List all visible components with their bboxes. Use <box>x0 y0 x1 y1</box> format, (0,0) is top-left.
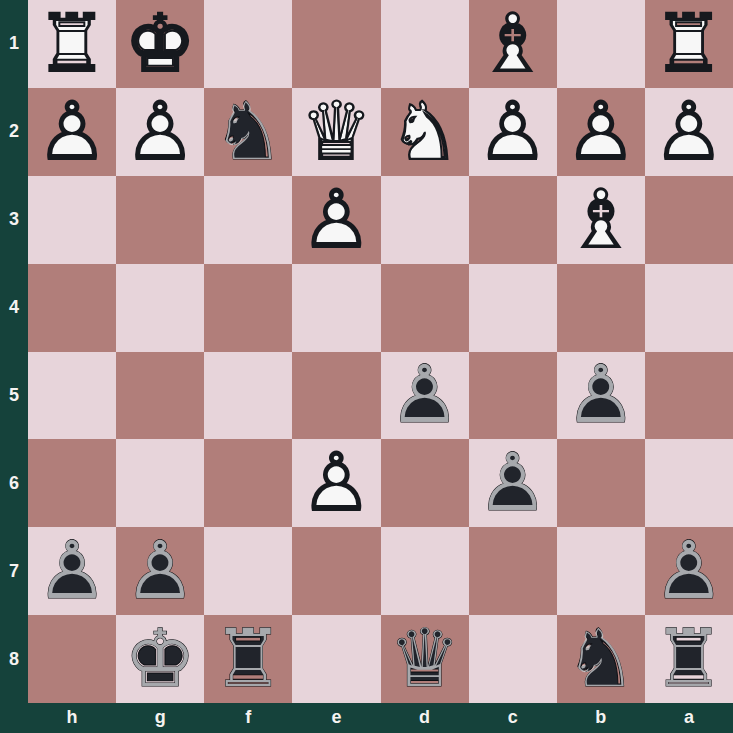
square-a7[interactable]: ♟♙ <box>645 527 733 615</box>
black-queen-icon: ♛ <box>381 615 469 703</box>
square-a6[interactable] <box>645 439 733 527</box>
black-knight-outline-icon: ♘ <box>204 88 292 176</box>
black-pawn-icon: ♟ <box>557 352 645 440</box>
white-pawn-icon: ♟ <box>645 88 733 176</box>
piece-black-knight: ♞♘ <box>204 88 292 176</box>
white-pawn-icon: ♟ <box>292 176 380 264</box>
square-e6[interactable]: ♟♙ <box>292 439 380 527</box>
rank-label-7: 7 <box>0 527 28 615</box>
square-e5[interactable] <box>292 352 380 440</box>
square-a4[interactable] <box>645 264 733 352</box>
white-pawn-outline-icon: ♙ <box>292 439 380 527</box>
rank-label-1: 1 <box>0 0 28 88</box>
white-pawn-outline-icon: ♙ <box>469 88 557 176</box>
square-f4[interactable] <box>204 264 292 352</box>
file-label-g: g <box>116 703 204 733</box>
piece-black-pawn: ♟♙ <box>28 527 116 615</box>
square-c1[interactable]: ♝♗ <box>469 0 557 88</box>
white-pawn-icon: ♟ <box>557 88 645 176</box>
black-rook-icon: ♜ <box>645 615 733 703</box>
white-pawn-outline-icon: ♙ <box>557 88 645 176</box>
white-pawn-outline-icon: ♙ <box>292 176 380 264</box>
white-rook-outline-icon: ♖ <box>645 0 733 88</box>
square-e4[interactable] <box>292 264 380 352</box>
piece-black-rook: ♜♖ <box>645 615 733 703</box>
black-knight-icon: ♞ <box>557 615 645 703</box>
black-pawn-icon: ♟ <box>645 527 733 615</box>
white-king-outline-icon: ♔ <box>116 0 204 88</box>
black-pawn-outline-icon: ♙ <box>116 527 204 615</box>
square-e8[interactable] <box>292 615 380 703</box>
square-f5[interactable] <box>204 352 292 440</box>
black-knight-icon: ♞ <box>204 88 292 176</box>
black-rook-outline-icon: ♖ <box>645 615 733 703</box>
square-f2[interactable]: ♞♘ <box>204 88 292 176</box>
black-pawn-outline-icon: ♙ <box>557 352 645 440</box>
white-queen-icon: ♛ <box>292 88 380 176</box>
white-bishop-outline-icon: ♗ <box>469 0 557 88</box>
piece-white-bishop: ♝♗ <box>557 176 645 264</box>
square-b1[interactable] <box>557 0 645 88</box>
file-label-d: d <box>381 703 469 733</box>
square-h5[interactable] <box>28 352 116 440</box>
square-h8[interactable] <box>28 615 116 703</box>
file-label-a: a <box>645 703 733 733</box>
piece-black-pawn: ♟♙ <box>116 527 204 615</box>
piece-white-pawn: ♟♙ <box>28 88 116 176</box>
square-a2[interactable]: ♟♙ <box>645 88 733 176</box>
square-f8[interactable]: ♜♖ <box>204 615 292 703</box>
piece-white-rook: ♜♖ <box>28 0 116 88</box>
black-pawn-icon: ♟ <box>116 527 204 615</box>
white-king-icon: ♚ <box>116 0 204 88</box>
square-b7[interactable] <box>557 527 645 615</box>
rank-label-5: 5 <box>0 352 28 440</box>
square-h1[interactable]: ♜♖ <box>28 0 116 88</box>
square-b2[interactable]: ♟♙ <box>557 88 645 176</box>
file-label-c: c <box>469 703 557 733</box>
file-label-b: b <box>557 703 645 733</box>
square-c6[interactable]: ♟♙ <box>469 439 557 527</box>
square-d5[interactable]: ♟♙ <box>381 352 469 440</box>
square-f1[interactable] <box>204 0 292 88</box>
black-knight-outline-icon: ♘ <box>557 615 645 703</box>
square-h6[interactable] <box>28 439 116 527</box>
square-d8[interactable]: ♛♕ <box>381 615 469 703</box>
white-rook-icon: ♜ <box>28 0 116 88</box>
board-squares: ♜♖♚♔♝♗♜♖♟♙♟♙♞♘♛♕♞♘♟♙♟♙♟♙♟♙♝♗♟♙♟♙♟♙♟♙♟♙♟♙… <box>28 0 733 703</box>
piece-white-king: ♚♔ <box>116 0 204 88</box>
square-h7[interactable]: ♟♙ <box>28 527 116 615</box>
file-labels: hgfedcba <box>28 703 733 733</box>
black-king-icon: ♚ <box>116 615 204 703</box>
rank-labels: 12345678 <box>0 0 28 703</box>
square-h3[interactable] <box>28 176 116 264</box>
square-b5[interactable]: ♟♙ <box>557 352 645 440</box>
square-a5[interactable] <box>645 352 733 440</box>
square-c3[interactable] <box>469 176 557 264</box>
piece-white-pawn: ♟♙ <box>292 176 380 264</box>
square-g4[interactable] <box>116 264 204 352</box>
piece-black-pawn: ♟♙ <box>381 352 469 440</box>
square-e7[interactable] <box>292 527 380 615</box>
white-rook-outline-icon: ♖ <box>28 0 116 88</box>
black-pawn-icon: ♟ <box>28 527 116 615</box>
file-label-h: h <box>28 703 116 733</box>
square-d4[interactable] <box>381 264 469 352</box>
piece-white-pawn: ♟♙ <box>116 88 204 176</box>
square-b6[interactable] <box>557 439 645 527</box>
square-c2[interactable]: ♟♙ <box>469 88 557 176</box>
rank-label-4: 4 <box>0 264 28 352</box>
square-d3[interactable] <box>381 176 469 264</box>
black-rook-icon: ♜ <box>204 615 292 703</box>
white-knight-outline-icon: ♘ <box>381 88 469 176</box>
rank-label-3: 3 <box>0 176 28 264</box>
square-d7[interactable] <box>381 527 469 615</box>
black-pawn-outline-icon: ♙ <box>645 527 733 615</box>
piece-black-pawn: ♟♙ <box>645 527 733 615</box>
square-c4[interactable] <box>469 264 557 352</box>
square-a1[interactable]: ♜♖ <box>645 0 733 88</box>
square-g6[interactable] <box>116 439 204 527</box>
square-c8[interactable] <box>469 615 557 703</box>
file-label-f: f <box>204 703 292 733</box>
piece-black-queen: ♛♕ <box>381 615 469 703</box>
square-e2[interactable]: ♛♕ <box>292 88 380 176</box>
white-knight-icon: ♞ <box>381 88 469 176</box>
piece-black-king: ♚♔ <box>116 615 204 703</box>
piece-white-pawn: ♟♙ <box>469 88 557 176</box>
square-f3[interactable] <box>204 176 292 264</box>
square-b8[interactable]: ♞♘ <box>557 615 645 703</box>
piece-black-knight: ♞♘ <box>557 615 645 703</box>
white-queen-outline-icon: ♕ <box>292 88 380 176</box>
piece-black-rook: ♜♖ <box>204 615 292 703</box>
black-pawn-icon: ♟ <box>381 352 469 440</box>
black-queen-outline-icon: ♕ <box>381 615 469 703</box>
rank-label-2: 2 <box>0 88 28 176</box>
square-d6[interactable] <box>381 439 469 527</box>
black-rook-outline-icon: ♖ <box>204 615 292 703</box>
white-pawn-outline-icon: ♙ <box>645 88 733 176</box>
piece-black-pawn: ♟♙ <box>469 439 557 527</box>
square-f7[interactable] <box>204 527 292 615</box>
piece-white-pawn: ♟♙ <box>292 439 380 527</box>
square-h2[interactable]: ♟♙ <box>28 88 116 176</box>
piece-white-pawn: ♟♙ <box>557 88 645 176</box>
square-f6[interactable] <box>204 439 292 527</box>
black-king-outline-icon: ♔ <box>116 615 204 703</box>
square-g3[interactable] <box>116 176 204 264</box>
square-g5[interactable] <box>116 352 204 440</box>
square-g1[interactable]: ♚♔ <box>116 0 204 88</box>
chess-board-frame: 12345678 ♜♖♚♔♝♗♜♖♟♙♟♙♞♘♛♕♞♘♟♙♟♙♟♙♟♙♝♗♟♙♟… <box>0 0 733 733</box>
white-bishop-outline-icon: ♗ <box>557 176 645 264</box>
piece-black-pawn: ♟♙ <box>557 352 645 440</box>
square-c5[interactable] <box>469 352 557 440</box>
square-a3[interactable] <box>645 176 733 264</box>
piece-white-pawn: ♟♙ <box>645 88 733 176</box>
black-pawn-outline-icon: ♙ <box>28 527 116 615</box>
black-pawn-outline-icon: ♙ <box>381 352 469 440</box>
white-pawn-icon: ♟ <box>469 88 557 176</box>
white-bishop-icon: ♝ <box>557 176 645 264</box>
square-g7[interactable]: ♟♙ <box>116 527 204 615</box>
white-bishop-icon: ♝ <box>469 0 557 88</box>
square-b3[interactable]: ♝♗ <box>557 176 645 264</box>
square-b4[interactable] <box>557 264 645 352</box>
rank-label-6: 6 <box>0 439 28 527</box>
white-pawn-icon: ♟ <box>116 88 204 176</box>
piece-white-bishop: ♝♗ <box>469 0 557 88</box>
white-pawn-outline-icon: ♙ <box>116 88 204 176</box>
piece-white-rook: ♜♖ <box>645 0 733 88</box>
white-pawn-icon: ♟ <box>292 439 380 527</box>
piece-white-queen: ♛♕ <box>292 88 380 176</box>
white-pawn-outline-icon: ♙ <box>28 88 116 176</box>
frame-corner <box>0 703 28 733</box>
piece-white-knight: ♞♘ <box>381 88 469 176</box>
square-h4[interactable] <box>28 264 116 352</box>
square-e3[interactable]: ♟♙ <box>292 176 380 264</box>
black-pawn-outline-icon: ♙ <box>469 439 557 527</box>
square-c7[interactable] <box>469 527 557 615</box>
white-rook-icon: ♜ <box>645 0 733 88</box>
square-a8[interactable]: ♜♖ <box>645 615 733 703</box>
square-e1[interactable] <box>292 0 380 88</box>
white-pawn-icon: ♟ <box>28 88 116 176</box>
black-pawn-icon: ♟ <box>469 439 557 527</box>
square-g8[interactable]: ♚♔ <box>116 615 204 703</box>
rank-label-8: 8 <box>0 615 28 703</box>
file-label-e: e <box>292 703 380 733</box>
square-d1[interactable] <box>381 0 469 88</box>
square-g2[interactable]: ♟♙ <box>116 88 204 176</box>
square-d2[interactable]: ♞♘ <box>381 88 469 176</box>
